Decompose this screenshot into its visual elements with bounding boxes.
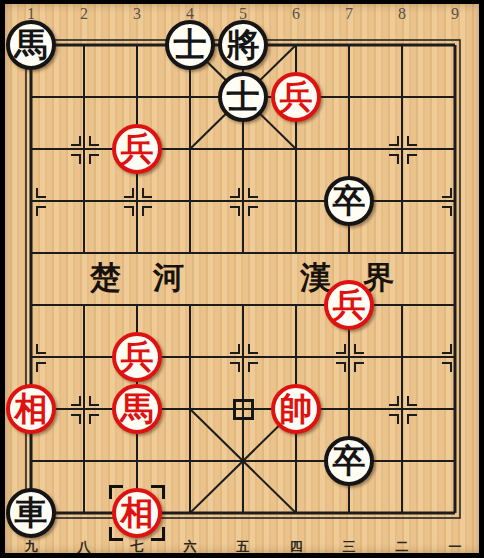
file-label-bottom: 二 [396, 540, 409, 553]
file-label-top: 8 [398, 6, 406, 22]
point-marker [230, 188, 240, 198]
piece-red-horse[interactable]: 馬 [112, 384, 162, 434]
piece-red-elephant[interactable]: 相 [112, 488, 162, 538]
point-marker [442, 206, 452, 216]
last-move-from-marker [233, 399, 254, 420]
point-marker [36, 344, 46, 354]
point-marker [89, 154, 99, 164]
piece-black-general[interactable]: 將 [218, 20, 268, 70]
file-label-top: 3 [133, 6, 141, 22]
file-label-top: 7 [345, 6, 353, 22]
point-marker [124, 206, 134, 216]
file-label-bottom: 一 [449, 540, 462, 553]
point-marker [248, 362, 258, 372]
piece-black-advisor[interactable]: 士 [218, 72, 268, 122]
piece-red-soldier[interactable]: 兵 [271, 72, 321, 122]
point-marker [336, 344, 346, 354]
point-marker [230, 206, 240, 216]
point-marker [442, 362, 452, 372]
xiangqi-screenshot: { "game": "xiangqi", "position": { "fen"… [0, 0, 484, 558]
file-label-top: 2 [80, 6, 88, 22]
point-marker [71, 414, 81, 424]
file-label-bottom: 八 [78, 540, 91, 553]
point-marker [36, 206, 46, 216]
point-marker [36, 188, 46, 198]
point-marker [336, 362, 346, 372]
point-marker [71, 154, 81, 164]
point-marker [389, 396, 399, 406]
file-label-top: 6 [292, 6, 300, 22]
piece-black-soldier[interactable]: 卒 [324, 436, 374, 486]
point-marker [389, 414, 399, 424]
piece-black-horse[interactable]: 馬 [6, 20, 56, 70]
file-label-bottom: 九 [25, 540, 38, 553]
piece-red-elephant[interactable]: 相 [6, 384, 56, 434]
point-marker [407, 396, 417, 406]
point-marker [230, 362, 240, 372]
river-label-left: 楚河 [90, 262, 216, 294]
piece-black-advisor[interactable]: 士 [165, 20, 215, 70]
point-marker [248, 344, 258, 354]
point-marker [89, 414, 99, 424]
point-marker [354, 344, 364, 354]
point-marker [89, 396, 99, 406]
piece-black-chariot[interactable]: 車 [6, 488, 56, 538]
point-marker [89, 136, 99, 146]
point-marker [124, 188, 134, 198]
point-marker [354, 362, 364, 372]
point-marker [442, 188, 452, 198]
point-marker [71, 136, 81, 146]
piece-red-soldier[interactable]: 兵 [112, 332, 162, 382]
point-marker [389, 136, 399, 146]
point-marker [248, 188, 258, 198]
file-label-bottom: 七 [131, 540, 144, 553]
piece-black-soldier[interactable]: 卒 [324, 176, 374, 226]
point-marker [36, 362, 46, 372]
file-label-bottom: 三 [343, 540, 356, 553]
file-label-bottom: 六 [184, 540, 197, 553]
point-marker [230, 344, 240, 354]
file-label-top: 9 [451, 6, 459, 22]
point-marker [407, 136, 417, 146]
file-label-bottom: 四 [290, 540, 303, 553]
point-marker [142, 206, 152, 216]
point-marker [248, 206, 258, 216]
point-marker [407, 154, 417, 164]
point-marker [407, 414, 417, 424]
point-marker [71, 396, 81, 406]
piece-red-soldier[interactable]: 兵 [324, 280, 374, 330]
file-label-bottom: 五 [237, 540, 250, 553]
point-marker [142, 188, 152, 198]
point-marker [442, 344, 452, 354]
point-marker [389, 154, 399, 164]
piece-red-soldier[interactable]: 兵 [112, 124, 162, 174]
piece-red-general[interactable]: 帥 [271, 384, 321, 434]
